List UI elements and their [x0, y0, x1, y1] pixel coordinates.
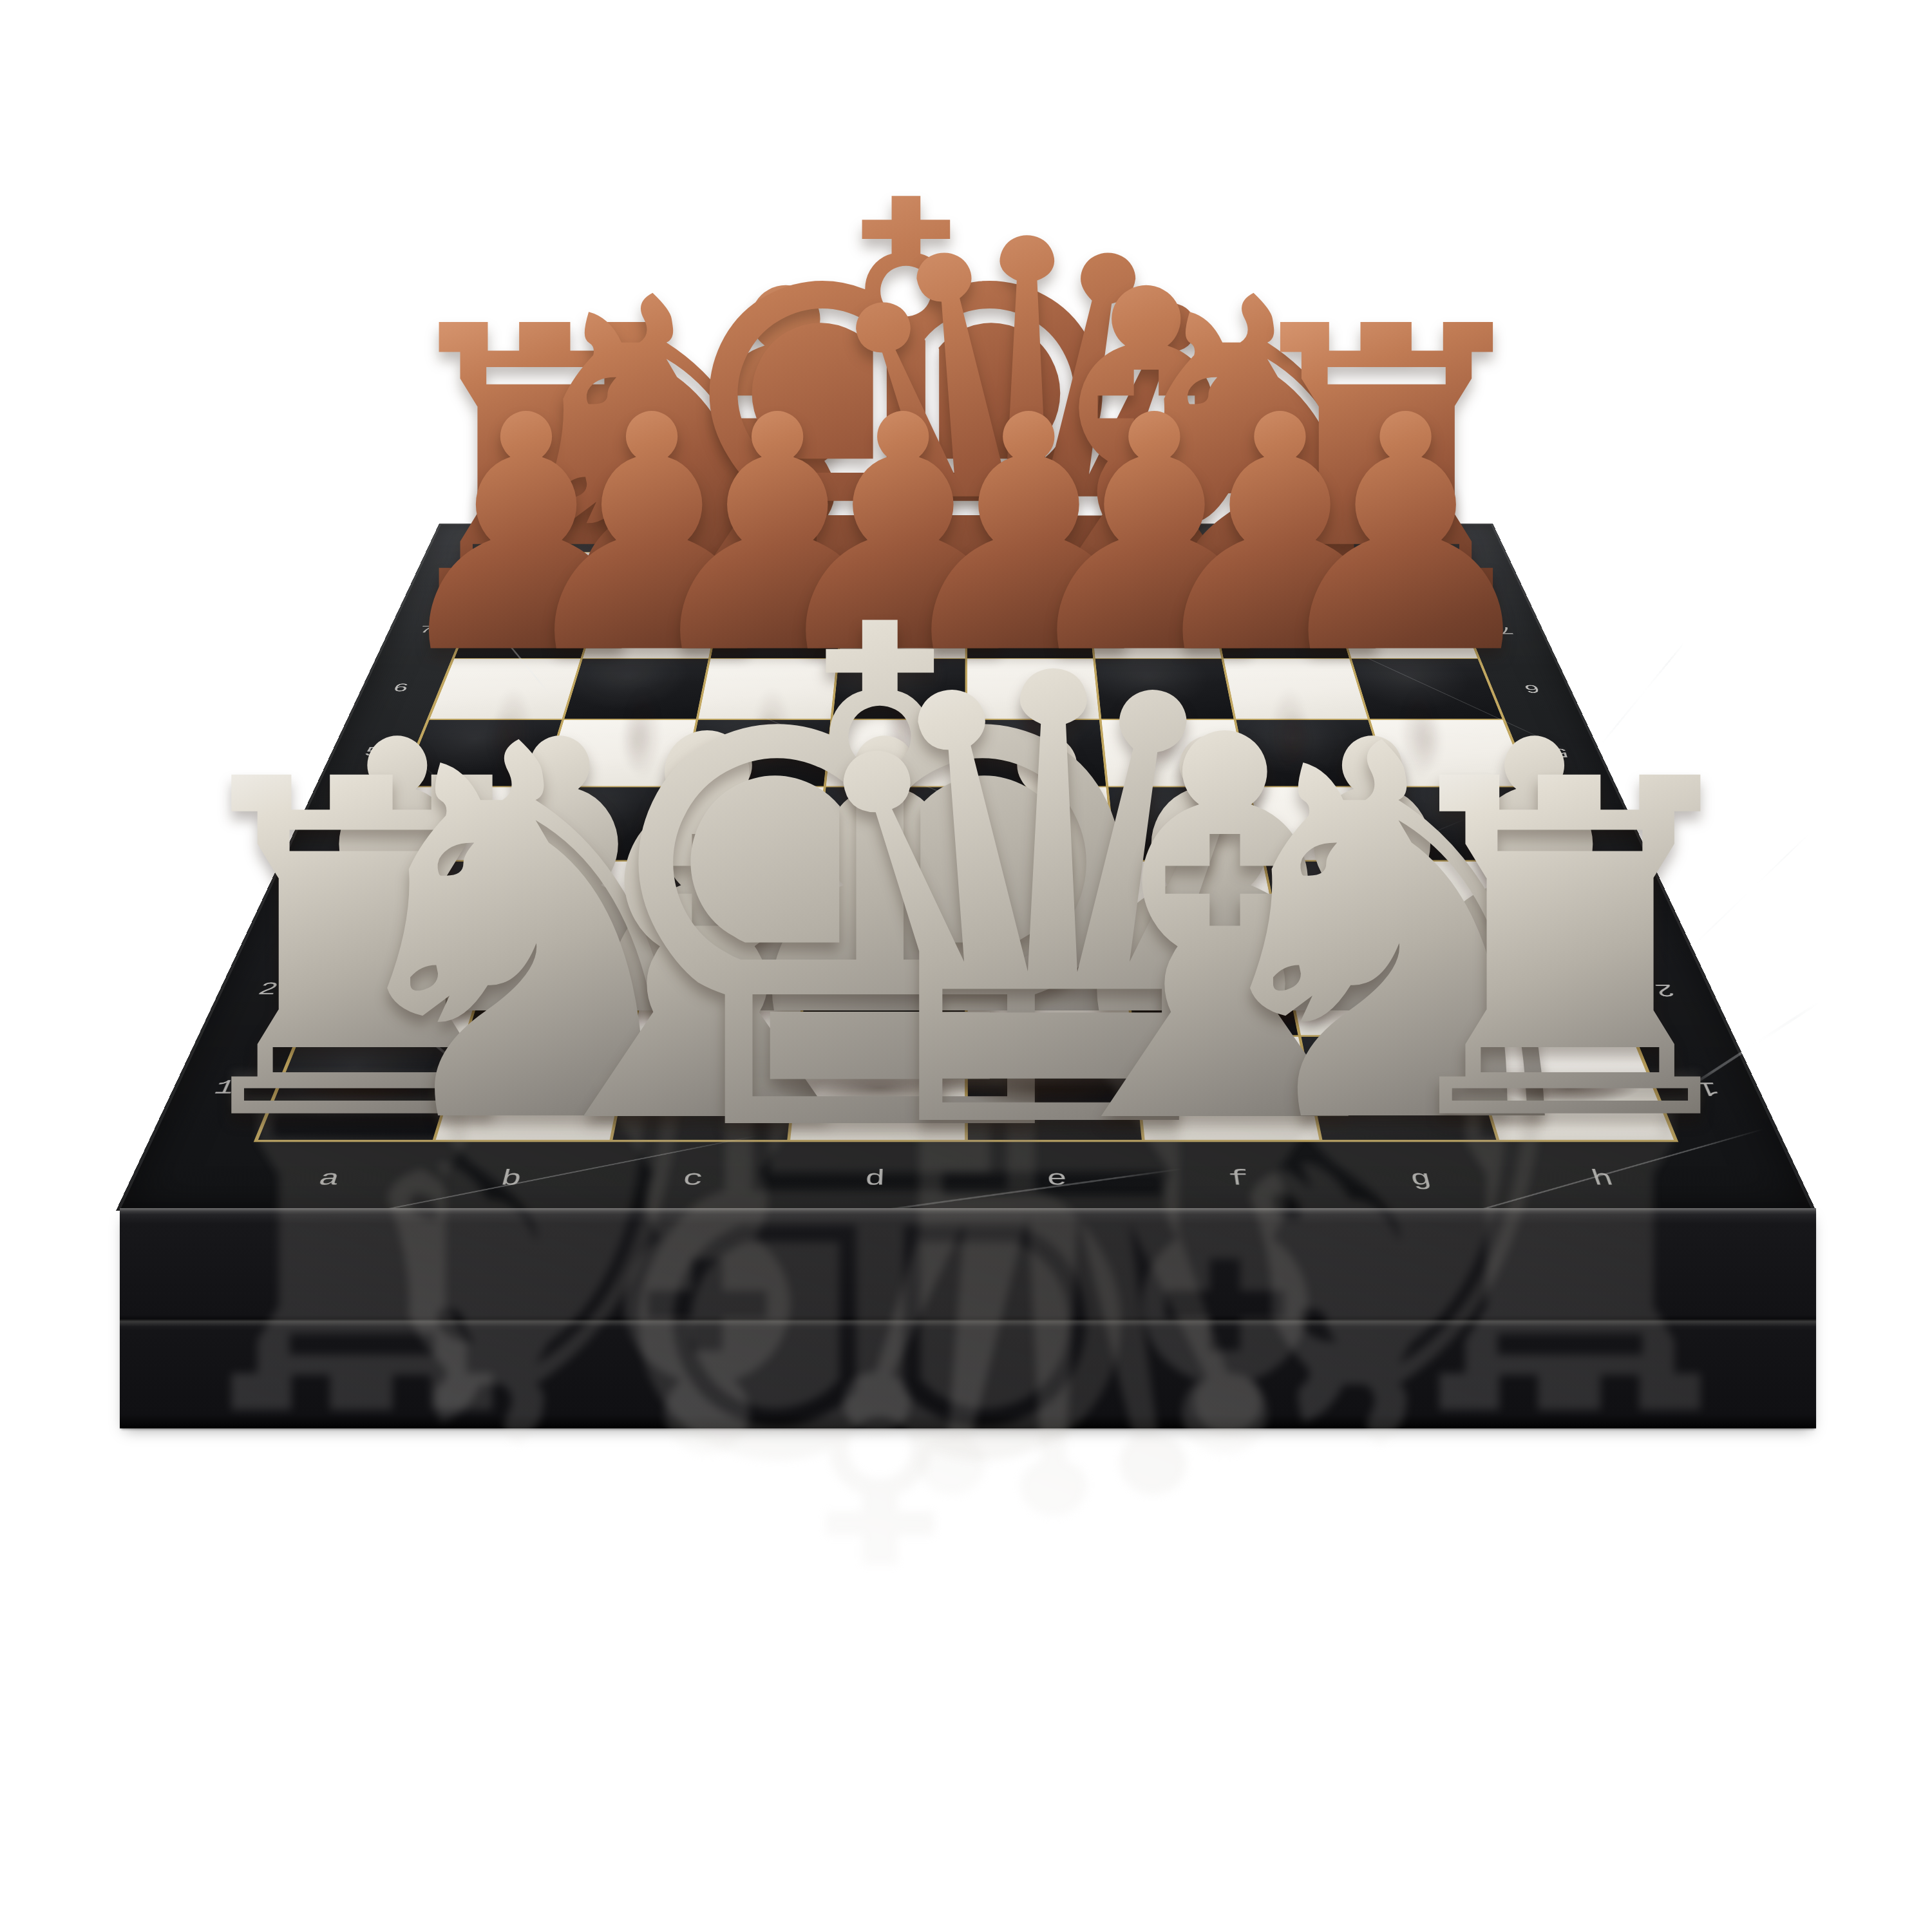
photo-canvas: 8765432187654321abcdefgh ♜♞♝♚♛♝♞♜♟♟♟♟♟♟♟…	[0, 0, 1932, 1932]
silver-rook-h1[interactable]: ♜	[1362, 721, 1777, 1184]
